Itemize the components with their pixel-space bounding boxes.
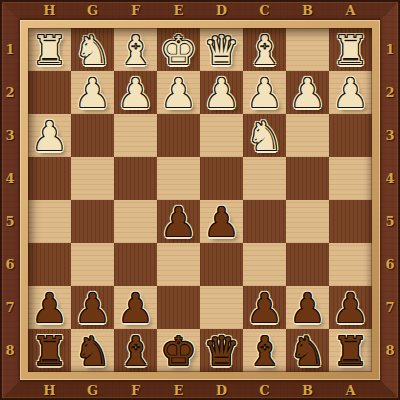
white-knight-c3[interactable]: ♞: [247, 116, 283, 156]
square-b1[interactable]: [286, 28, 329, 71]
black-pawn-d5[interactable]: ♟: [204, 202, 240, 242]
black-rook-a8[interactable]: ♜: [333, 331, 369, 371]
square-d3[interactable]: [200, 114, 243, 157]
square-a4[interactable]: [329, 157, 372, 200]
square-g7[interactable]: ♟: [71, 286, 114, 329]
square-a6[interactable]: [329, 243, 372, 286]
rank-label: 4: [380, 157, 400, 200]
square-c6[interactable]: [243, 243, 286, 286]
rank-label: 3: [380, 114, 400, 157]
file-labels-bottom: HGFEDCBA: [28, 380, 372, 400]
square-g1[interactable]: ♞: [71, 28, 114, 71]
rank-label: 6: [0, 243, 20, 286]
square-b8[interactable]: ♞: [286, 329, 329, 372]
square-h8[interactable]: ♜: [28, 329, 71, 372]
square-d2[interactable]: ♟: [200, 71, 243, 114]
square-h3[interactable]: ♟: [28, 114, 71, 157]
square-e4[interactable]: [157, 157, 200, 200]
file-labels-top: HGFEDCBA: [28, 0, 372, 20]
square-d4[interactable]: [200, 157, 243, 200]
rank-labels-left: 12345678: [0, 28, 20, 372]
rank-label: 4: [0, 157, 20, 200]
chess-app: HGFEDCBA HGFEDCBA 12345678 12345678 ♜♞♝♚…: [0, 0, 400, 400]
white-rook-h1[interactable]: ♜: [32, 30, 68, 70]
file-label: H: [28, 380, 71, 400]
square-e8[interactable]: ♚: [157, 329, 200, 372]
square-h5[interactable]: [28, 200, 71, 243]
file-label: A: [329, 0, 372, 20]
square-f1[interactable]: ♝: [114, 28, 157, 71]
square-a5[interactable]: [329, 200, 372, 243]
square-c5[interactable]: [243, 200, 286, 243]
file-label: E: [157, 0, 200, 20]
square-d8[interactable]: ♛: [200, 329, 243, 372]
file-label: G: [71, 0, 114, 20]
square-d5[interactable]: ♟: [200, 200, 243, 243]
square-c4[interactable]: [243, 157, 286, 200]
black-pawn-c7[interactable]: ♟: [247, 288, 283, 328]
square-c7[interactable]: ♟: [243, 286, 286, 329]
square-f8[interactable]: ♝: [114, 329, 157, 372]
square-f7[interactable]: ♟: [114, 286, 157, 329]
white-knight-g1[interactable]: ♞: [75, 30, 111, 70]
rank-label: 8: [380, 329, 400, 372]
black-rook-h8[interactable]: ♜: [32, 331, 68, 371]
rank-label: 6: [380, 243, 400, 286]
square-d6[interactable]: [200, 243, 243, 286]
white-bishop-f1[interactable]: ♝: [118, 30, 154, 70]
file-label: A: [329, 380, 372, 400]
rank-label: 1: [380, 28, 400, 71]
square-h4[interactable]: [28, 157, 71, 200]
square-a2[interactable]: ♟: [329, 71, 372, 114]
rank-labels-right: 12345678: [380, 28, 400, 372]
square-b5[interactable]: [286, 200, 329, 243]
square-e2[interactable]: ♟: [157, 71, 200, 114]
file-label: F: [114, 0, 157, 20]
square-e7[interactable]: [157, 286, 200, 329]
white-bishop-c1[interactable]: ♝: [247, 30, 283, 70]
square-g6[interactable]: [71, 243, 114, 286]
black-pawn-g7[interactable]: ♟: [75, 288, 111, 328]
square-h7[interactable]: ♟: [28, 286, 71, 329]
rank-label: 1: [0, 28, 20, 71]
square-b2[interactable]: ♟: [286, 71, 329, 114]
square-g2[interactable]: ♟: [71, 71, 114, 114]
square-f6[interactable]: [114, 243, 157, 286]
square-d1[interactable]: ♛: [200, 28, 243, 71]
black-pawn-a7[interactable]: ♟: [333, 288, 369, 328]
file-label: B: [286, 0, 329, 20]
black-knight-g8[interactable]: ♞: [75, 331, 111, 371]
square-c8[interactable]: ♝: [243, 329, 286, 372]
white-pawn-e2[interactable]: ♟: [161, 73, 197, 113]
file-label: D: [200, 0, 243, 20]
white-pawn-f2[interactable]: ♟: [118, 73, 154, 113]
rank-label: 2: [0, 71, 20, 114]
square-a7[interactable]: ♟: [329, 286, 372, 329]
black-pawn-f7[interactable]: ♟: [118, 288, 154, 328]
square-e3[interactable]: [157, 114, 200, 157]
black-pawn-b7[interactable]: ♟: [290, 288, 326, 328]
black-king-e8[interactable]: ♚: [161, 331, 197, 371]
square-e5[interactable]: ♟: [157, 200, 200, 243]
white-king-e1[interactable]: ♚: [161, 30, 197, 70]
square-f4[interactable]: [114, 157, 157, 200]
square-g3[interactable]: [71, 114, 114, 157]
rank-label: 5: [0, 200, 20, 243]
square-a1[interactable]: ♜: [329, 28, 372, 71]
white-pawn-a2[interactable]: ♟: [333, 73, 369, 113]
file-label: C: [243, 380, 286, 400]
square-g8[interactable]: ♞: [71, 329, 114, 372]
square-d7[interactable]: [200, 286, 243, 329]
rank-label: 7: [380, 286, 400, 329]
square-c1[interactable]: ♝: [243, 28, 286, 71]
square-a8[interactable]: ♜: [329, 329, 372, 372]
square-g4[interactable]: [71, 157, 114, 200]
file-label: G: [71, 380, 114, 400]
white-pawn-h3[interactable]: ♟: [32, 116, 68, 156]
file-label: B: [286, 380, 329, 400]
white-rook-a1[interactable]: ♜: [333, 30, 369, 70]
file-label: F: [114, 380, 157, 400]
file-label: H: [28, 0, 71, 20]
square-h2[interactable]: [28, 71, 71, 114]
rank-label: 5: [380, 200, 400, 243]
square-b7[interactable]: ♟: [286, 286, 329, 329]
white-pawn-b2[interactable]: ♟: [290, 73, 326, 113]
white-pawn-c2[interactable]: ♟: [247, 73, 283, 113]
file-label: D: [200, 380, 243, 400]
square-a3[interactable]: [329, 114, 372, 157]
rank-label: 2: [380, 71, 400, 114]
black-bishop-f8[interactable]: ♝: [118, 331, 154, 371]
black-pawn-h7[interactable]: ♟: [32, 288, 68, 328]
square-h6[interactable]: [28, 243, 71, 286]
square-c2[interactable]: ♟: [243, 71, 286, 114]
square-e6[interactable]: [157, 243, 200, 286]
square-h1[interactable]: ♜: [28, 28, 71, 71]
square-b6[interactable]: [286, 243, 329, 286]
square-c3[interactable]: ♞: [243, 114, 286, 157]
square-g5[interactable]: [71, 200, 114, 243]
black-pawn-e5[interactable]: ♟: [161, 202, 197, 242]
square-e1[interactable]: ♚: [157, 28, 200, 71]
square-f3[interactable]: [114, 114, 157, 157]
white-pawn-d2[interactable]: ♟: [204, 73, 240, 113]
rank-label: 7: [0, 286, 20, 329]
square-b3[interactable]: [286, 114, 329, 157]
white-pawn-g2[interactable]: ♟: [75, 73, 111, 113]
black-bishop-c8[interactable]: ♝: [247, 331, 283, 371]
square-f5[interactable]: [114, 200, 157, 243]
square-f2[interactable]: ♟: [114, 71, 157, 114]
file-label: E: [157, 380, 200, 400]
square-b4[interactable]: [286, 157, 329, 200]
file-label: C: [243, 0, 286, 20]
black-knight-b8[interactable]: ♞: [290, 331, 326, 371]
white-queen-d1[interactable]: ♛: [204, 30, 240, 70]
black-queen-d8[interactable]: ♛: [204, 331, 240, 371]
rank-label: 8: [0, 329, 20, 372]
board-squares: ♜♞♝♚♛♝♜♟♟♟♟♟♟♟♟♞♟♟♟♟♟♟♟♟♜♞♝♚♛♝♞♜: [28, 28, 372, 372]
rank-label: 3: [0, 114, 20, 157]
